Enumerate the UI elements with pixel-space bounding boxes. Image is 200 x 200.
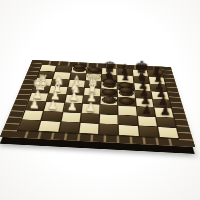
white-pawn: ♟ — [66, 100, 77, 112]
board-square — [18, 120, 41, 132]
dark-checker-disc — [103, 97, 116, 104]
board-square — [137, 116, 157, 127]
white-pawn: ♟ — [29, 98, 40, 110]
board-square — [100, 114, 119, 125]
black-pawn: ♟ — [159, 105, 170, 117]
white-pawn: ♟ — [85, 101, 96, 113]
board-square — [99, 124, 119, 136]
board-frame: ♛♝♚♜♞♝♞♜♜♞♝♛♟♟♚♝♞♜♟♟♟♟♟♟♟♟♟♟♟♟♟♟ — [0, 60, 195, 147]
board-square: ♟ — [63, 103, 83, 113]
board-square — [79, 123, 100, 135]
board-square — [138, 126, 159, 138]
board-square: ♟ — [26, 101, 47, 111]
board-square: ♟ — [82, 104, 101, 114]
dark-checker-disc — [120, 98, 134, 105]
white-pawn: ♟ — [48, 99, 59, 111]
board-square — [119, 115, 139, 126]
board-square — [39, 121, 61, 133]
black-pawn: ♟ — [141, 104, 152, 116]
board-grid: ♛♝♚♜♞♝♞♜♜♞♝♛♟♟♚♝♞♜♟♟♟♟♟♟♟♟♟♟♟♟♟♟ — [17, 65, 179, 140]
board-square — [59, 122, 81, 134]
board-square: ♟ — [44, 102, 64, 112]
dark-checker-disc — [103, 89, 116, 96]
black-bishop: ♝ — [120, 69, 132, 83]
chess-board: ♛♝♚♜♞♝♞♜♜♞♝♛♟♟♚♝♞♜♟♟♟♟♟♟♟♟♟♟♟♟♟♟ — [0, 60, 195, 147]
board-square — [158, 127, 180, 139]
board-square — [119, 125, 140, 137]
product-photo-scene: ♛♝♚♜♞♝♞♜♜♞♝♛♟♟♚♝♞♜♟♟♟♟♟♟♟♟♟♟♟♟♟♟ — [0, 0, 200, 200]
